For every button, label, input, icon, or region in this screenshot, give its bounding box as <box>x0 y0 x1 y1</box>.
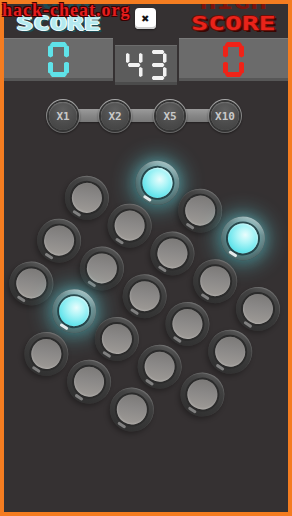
multiplier-x5-label: X5 <box>163 110 176 123</box>
multiplier-x10-button[interactable]: X10 <box>208 99 242 133</box>
counter-value <box>126 50 167 80</box>
multiplier-x2-label: X2 <box>108 110 121 123</box>
multiplier-x1-label: X1 <box>56 110 69 123</box>
watermark-text: hack-cheat.org <box>2 0 130 21</box>
close-button[interactable]: ✖ <box>135 8 156 29</box>
multiplier-x5-button[interactable]: X5 <box>153 99 187 133</box>
high-score-label: SCORE <box>157 13 292 33</box>
score-display-box <box>4 38 113 81</box>
multiplier-bar <box>60 109 228 122</box>
seven-segment-digit <box>150 50 167 80</box>
seven-segment-digit <box>126 50 143 80</box>
multiplier-x2-button[interactable]: X2 <box>98 99 132 133</box>
multiplier-x10-label: X10 <box>215 110 235 123</box>
high-score-display-box <box>179 38 288 81</box>
seven-segment-digit <box>48 42 69 77</box>
seven-segment-digit <box>223 42 244 77</box>
close-icon: ✖ <box>142 11 150 26</box>
game-screen: YOUR HIGH SCORE SCORE ✖ X1 X2 X5 X10 hac… <box>0 0 292 516</box>
multiplier-x1-button[interactable]: X1 <box>46 99 80 133</box>
high-score-value <box>223 42 244 77</box>
score-value <box>48 42 69 77</box>
high-top-label: HIGH <box>157 0 292 11</box>
button-board <box>0 119 292 472</box>
counter-display-box <box>115 45 177 85</box>
